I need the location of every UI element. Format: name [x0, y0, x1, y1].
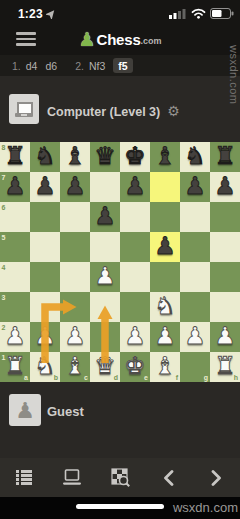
square-g1[interactable]: g — [180, 352, 210, 382]
square-e7[interactable]: ♟ — [120, 172, 150, 202]
square-d7[interactable] — [90, 172, 120, 202]
square-c6[interactable] — [60, 202, 90, 232]
piece-white-bishop[interactable]: ♝ — [150, 352, 180, 382]
square-h6[interactable] — [210, 202, 240, 232]
piece-white-pawn[interactable]: ♟ — [120, 322, 150, 352]
rank-label: 3 — [2, 294, 6, 301]
piece-white-pawn[interactable]: ♟ — [150, 322, 180, 352]
square-b6[interactable] — [30, 202, 60, 232]
square-f8[interactable]: ♝ — [150, 142, 180, 172]
square-c8[interactable]: ♝ — [60, 142, 90, 172]
piece-black-knight[interactable]: ♞ — [30, 142, 60, 172]
square-c3[interactable] — [60, 292, 90, 322]
square-f2[interactable]: ♟ — [150, 322, 180, 352]
file-label: g — [204, 374, 208, 381]
square-d6[interactable]: ♟ — [90, 202, 120, 232]
square-g5[interactable] — [180, 232, 210, 262]
square-c5[interactable] — [60, 232, 90, 262]
square-b5[interactable] — [30, 232, 60, 262]
piece-black-bishop[interactable]: ♝ — [150, 142, 180, 172]
square-h5[interactable] — [210, 232, 240, 262]
square-c1[interactable]: c♝ — [60, 352, 90, 382]
piece-white-pawn[interactable]: ♟ — [180, 322, 210, 352]
square-d1[interactable]: d♛ — [90, 352, 120, 382]
piece-black-knight[interactable]: ♞ — [180, 142, 210, 172]
piece-black-pawn[interactable]: ♟ — [30, 172, 60, 202]
square-g7[interactable]: ♟ — [180, 172, 210, 202]
move-number: 1. — [12, 60, 21, 72]
square-f3[interactable]: ♞ — [150, 292, 180, 322]
cellular-signal-icon — [169, 8, 187, 19]
rank-label: 6 — [2, 204, 6, 211]
board-analysis-icon — [111, 468, 130, 487]
move-2-white[interactable]: Nf3 — [89, 60, 105, 72]
square-f4[interactable] — [150, 262, 180, 292]
square-d2[interactable] — [90, 322, 120, 352]
square-g3[interactable] — [180, 292, 210, 322]
piece-white-pawn[interactable]: ♟ — [0, 322, 30, 352]
square-d4[interactable]: ♟ — [90, 262, 120, 292]
move-1-black[interactable]: d6 — [45, 60, 57, 72]
square-a7[interactable]: 7♟ — [0, 172, 30, 202]
square-h8[interactable]: ♜ — [210, 142, 240, 172]
battery-icon — [210, 8, 234, 19]
player-name: Guest — [47, 404, 84, 419]
location-arrow-icon — [46, 9, 56, 19]
square-d5[interactable] — [90, 232, 120, 262]
square-b8[interactable]: ♞ — [30, 142, 60, 172]
square-b2[interactable]: ♟ — [30, 322, 60, 352]
square-f1[interactable]: f♝ — [150, 352, 180, 382]
watermark: wsxdn.com — [173, 500, 238, 515]
square-a4[interactable]: 4 — [0, 262, 30, 292]
square-g6[interactable] — [180, 202, 210, 232]
piece-black-queen[interactable]: ♛ — [90, 142, 120, 172]
piece-black-pawn[interactable]: ♟ — [120, 172, 150, 202]
rank-label: 4 — [2, 264, 6, 271]
status-icons — [169, 8, 234, 19]
back-button[interactable] — [144, 458, 192, 497]
square-e8[interactable]: ♚ — [120, 142, 150, 172]
square-h2[interactable]: ♟ — [210, 322, 240, 352]
moves-list-button[interactable] — [0, 458, 48, 497]
piece-black-rook[interactable]: ♜ — [0, 142, 30, 172]
computer-icon — [15, 102, 33, 117]
bottom-toolbar — [0, 458, 240, 497]
piece-white-bishop[interactable]: ♝ — [60, 352, 90, 382]
logo-text: Chess — [97, 31, 141, 48]
piece-white-knight[interactable]: ♞ — [30, 352, 60, 382]
analysis-button[interactable] — [96, 458, 144, 497]
piece-black-bishop[interactable]: ♝ — [60, 142, 90, 172]
piece-white-pawn[interactable]: ♟ — [210, 322, 240, 352]
square-h4[interactable] — [210, 262, 240, 292]
logo-suffix: .com — [141, 36, 162, 46]
square-b4[interactable] — [30, 262, 60, 292]
square-b1[interactable]: b♞ — [30, 352, 60, 382]
square-e4[interactable] — [120, 262, 150, 292]
square-c2[interactable]: ♟ — [60, 322, 90, 352]
square-e6[interactable] — [120, 202, 150, 232]
gear-icon[interactable]: ⚙ — [167, 103, 180, 119]
watermark-vertical: wsxdn.com — [228, 45, 240, 105]
square-b3[interactable] — [30, 292, 60, 322]
logo-pawn-icon: ♟ — [78, 30, 95, 49]
square-b7[interactable]: ♟ — [30, 172, 60, 202]
square-a3[interactable]: 3 — [0, 292, 30, 322]
wifi-icon — [191, 8, 206, 19]
piece-white-pawn[interactable]: ♟ — [30, 322, 60, 352]
list-icon — [16, 470, 32, 485]
piece-black-pawn[interactable]: ♟ — [0, 172, 30, 202]
status-time: 1:23 — [18, 7, 43, 21]
square-c7[interactable]: ♟ — [60, 172, 90, 202]
computer-icon — [62, 469, 82, 486]
piece-white-pawn[interactable]: ♟ — [60, 322, 90, 352]
piece-black-pawn[interactable]: ♟ — [60, 172, 90, 202]
square-h3[interactable] — [210, 292, 240, 322]
square-g4[interactable] — [180, 262, 210, 292]
computer-mode-button[interactable] — [48, 458, 96, 497]
move-list: 1. d4 d6 2. Nf3 f5 — [0, 55, 240, 76]
opponent-name: Computer (Level 3)⚙ — [47, 103, 180, 119]
move-1-white[interactable]: d4 — [26, 60, 38, 72]
chevron-right-icon — [211, 470, 222, 486]
chevron-left-icon — [163, 470, 174, 486]
piece-black-pawn[interactable]: ♟ — [150, 232, 180, 262]
square-e1[interactable]: e♚ — [120, 352, 150, 382]
square-f7[interactable] — [150, 172, 180, 202]
piece-white-king[interactable]: ♚ — [120, 352, 150, 382]
rank-label: 5 — [2, 234, 6, 241]
square-d8[interactable]: ♛ — [90, 142, 120, 172]
guest-avatar: ♟ — [9, 394, 41, 426]
piece-white-queen[interactable]: ♛ — [90, 352, 120, 382]
guest-pawn-icon: ♟ — [15, 398, 35, 423]
square-a1[interactable]: 1a♜ — [0, 352, 30, 382]
square-g2[interactable]: ♟ — [180, 322, 210, 352]
chesscom-logo: ♟Chess.com — [0, 26, 240, 52]
square-d3[interactable] — [90, 292, 120, 322]
square-h1[interactable]: h♜ — [210, 352, 240, 382]
piece-white-pawn[interactable]: ♟ — [90, 262, 120, 292]
square-a2[interactable]: 2♟ — [0, 322, 30, 352]
piece-black-pawn[interactable]: ♟ — [210, 172, 240, 202]
piece-black-pawn[interactable]: ♟ — [180, 172, 210, 202]
piece-white-rook[interactable]: ♜ — [210, 352, 240, 382]
chess-board[interactable]: 8♜♞♝♛♚♝♞♜7♟♟♟♟♟♟6♟5♟4♟3♞2♟♟♟♟♟♟♟1a♜b♞c♝d… — [0, 142, 240, 382]
square-e2[interactable]: ♟ — [120, 322, 150, 352]
piece-black-rook[interactable]: ♜ — [210, 142, 240, 172]
move-2-black-current[interactable]: f5 — [113, 58, 132, 73]
square-e3[interactable] — [120, 292, 150, 322]
square-a8[interactable]: 8♜ — [0, 142, 30, 172]
square-f5[interactable]: ♟ — [150, 232, 180, 262]
square-f6[interactable] — [150, 202, 180, 232]
forward-button[interactable] — [192, 458, 240, 497]
home-indicator[interactable] — [76, 504, 164, 509]
square-h7[interactable]: ♟ — [210, 172, 240, 202]
system-bottom-area: wsxdn.com — [0, 497, 240, 519]
piece-black-king[interactable]: ♚ — [120, 142, 150, 172]
square-c4[interactable] — [60, 262, 90, 292]
square-e5[interactable] — [120, 232, 150, 262]
app-screen: 1:23 ♟Chess.com 1. d4 d6 2. Nf3 f5 — [0, 0, 240, 519]
piece-white-rook[interactable]: ♜ — [0, 352, 30, 382]
piece-black-pawn[interactable]: ♟ — [90, 202, 120, 232]
square-g8[interactable]: ♞ — [180, 142, 210, 172]
piece-white-knight[interactable]: ♞ — [150, 292, 180, 322]
move-number: 2. — [75, 60, 84, 72]
square-a5[interactable]: 5 — [0, 232, 30, 262]
square-a6[interactable]: 6 — [0, 202, 30, 232]
computer-avatar — [9, 94, 39, 124]
